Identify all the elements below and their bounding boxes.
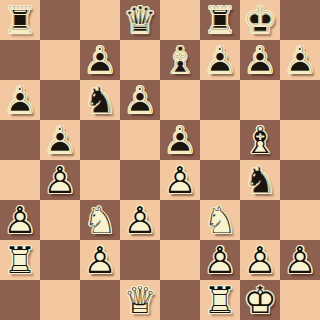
square-d4[interactable] [120, 160, 160, 200]
piece-white-rook-a2[interactable]: ♜ [0, 240, 40, 280]
square-f7[interactable]: ♟ [200, 40, 240, 80]
square-g8[interactable]: ♚ [240, 0, 280, 40]
piece-black-pawn-g7[interactable]: ♟ [240, 40, 280, 80]
square-b1[interactable] [40, 280, 80, 320]
piece-black-rook-a8[interactable]: ♜ [0, 0, 40, 40]
piece-black-knight-g4[interactable]: ♞ [240, 160, 280, 200]
piece-white-pawn-a3[interactable]: ♟ [0, 200, 40, 240]
square-a4[interactable] [0, 160, 40, 200]
square-e5[interactable]: ♟ [160, 120, 200, 160]
piece-white-pawn-c2[interactable]: ♟ [80, 240, 120, 280]
piece-white-knight-f3[interactable]: ♞ [200, 200, 240, 240]
piece-white-knight-c3[interactable]: ♞ [80, 200, 120, 240]
square-g3[interactable] [240, 200, 280, 240]
square-d5[interactable] [120, 120, 160, 160]
square-h3[interactable] [280, 200, 320, 240]
square-f5[interactable] [200, 120, 240, 160]
square-b4[interactable]: ♟ [40, 160, 80, 200]
square-f1[interactable]: ♜ [200, 280, 240, 320]
piece-white-pawn-f2[interactable]: ♟ [200, 240, 240, 280]
square-b2[interactable] [40, 240, 80, 280]
piece-black-queen-d8[interactable]: ♛ [120, 0, 160, 40]
square-a5[interactable] [0, 120, 40, 160]
square-f8[interactable]: ♜ [200, 0, 240, 40]
square-c5[interactable] [80, 120, 120, 160]
square-g6[interactable] [240, 80, 280, 120]
square-c8[interactable] [80, 0, 120, 40]
piece-white-queen-d1[interactable]: ♛ [120, 280, 160, 320]
piece-black-knight-c6[interactable]: ♞ [80, 80, 120, 120]
square-b5[interactable]: ♟ [40, 120, 80, 160]
piece-black-pawn-f7[interactable]: ♟ [200, 40, 240, 80]
square-e3[interactable] [160, 200, 200, 240]
square-g4[interactable]: ♞ [240, 160, 280, 200]
square-b6[interactable] [40, 80, 80, 120]
square-a3[interactable]: ♟ [0, 200, 40, 240]
square-c1[interactable] [80, 280, 120, 320]
square-c4[interactable] [80, 160, 120, 200]
square-e1[interactable] [160, 280, 200, 320]
square-e6[interactable] [160, 80, 200, 120]
piece-black-pawn-b5[interactable]: ♟ [40, 120, 80, 160]
square-d7[interactable] [120, 40, 160, 80]
piece-white-rook-f1[interactable]: ♜ [200, 280, 240, 320]
piece-white-bishop-g5[interactable]: ♝ [240, 120, 280, 160]
square-e2[interactable] [160, 240, 200, 280]
square-g7[interactable]: ♟ [240, 40, 280, 80]
square-d8[interactable]: ♛ [120, 0, 160, 40]
square-c3[interactable]: ♞ [80, 200, 120, 240]
square-a2[interactable]: ♜ [0, 240, 40, 280]
square-a7[interactable] [0, 40, 40, 80]
square-g2[interactable]: ♟ [240, 240, 280, 280]
square-d2[interactable] [120, 240, 160, 280]
square-e8[interactable] [160, 0, 200, 40]
square-g1[interactable]: ♚ [240, 280, 280, 320]
square-g5[interactable]: ♝ [240, 120, 280, 160]
piece-white-pawn-h2[interactable]: ♟ [280, 240, 320, 280]
square-f3[interactable]: ♞ [200, 200, 240, 240]
square-h7[interactable]: ♟ [280, 40, 320, 80]
square-b8[interactable] [40, 0, 80, 40]
piece-black-pawn-a6[interactable]: ♟ [0, 80, 40, 120]
square-f6[interactable] [200, 80, 240, 120]
piece-white-pawn-b4[interactable]: ♟ [40, 160, 80, 200]
square-e4[interactable]: ♟ [160, 160, 200, 200]
piece-white-king-g1[interactable]: ♚ [240, 280, 280, 320]
square-h2[interactable]: ♟ [280, 240, 320, 280]
piece-black-king-g8[interactable]: ♚ [240, 0, 280, 40]
square-b3[interactable] [40, 200, 80, 240]
square-d6[interactable]: ♟ [120, 80, 160, 120]
square-f4[interactable] [200, 160, 240, 200]
piece-black-pawn-e5[interactable]: ♟ [160, 120, 200, 160]
chess-board: ♜♛♜♚♟♝♟♟♟♟♞♟♟♟♝♟♟♞♟♞♟♞♜♟♟♟♟♛♜♚ [0, 0, 320, 320]
piece-black-pawn-h7[interactable]: ♟ [280, 40, 320, 80]
piece-black-rook-f8[interactable]: ♜ [200, 0, 240, 40]
piece-black-bishop-e7[interactable]: ♝ [160, 40, 200, 80]
piece-white-pawn-e4[interactable]: ♟ [160, 160, 200, 200]
square-d1[interactable]: ♛ [120, 280, 160, 320]
square-h1[interactable] [280, 280, 320, 320]
square-c2[interactable]: ♟ [80, 240, 120, 280]
square-h8[interactable] [280, 0, 320, 40]
square-c6[interactable]: ♞ [80, 80, 120, 120]
square-d3[interactable]: ♟ [120, 200, 160, 240]
piece-black-pawn-c7[interactable]: ♟ [80, 40, 120, 80]
square-b7[interactable] [40, 40, 80, 80]
square-h4[interactable] [280, 160, 320, 200]
square-c7[interactable]: ♟ [80, 40, 120, 80]
piece-white-pawn-g2[interactable]: ♟ [240, 240, 280, 280]
square-h6[interactable] [280, 80, 320, 120]
square-a8[interactable]: ♜ [0, 0, 40, 40]
square-a6[interactable]: ♟ [0, 80, 40, 120]
square-f2[interactable]: ♟ [200, 240, 240, 280]
square-e7[interactable]: ♝ [160, 40, 200, 80]
square-h5[interactable] [280, 120, 320, 160]
piece-black-pawn-d6[interactable]: ♟ [120, 80, 160, 120]
square-a1[interactable] [0, 280, 40, 320]
piece-white-pawn-d3[interactable]: ♟ [120, 200, 160, 240]
